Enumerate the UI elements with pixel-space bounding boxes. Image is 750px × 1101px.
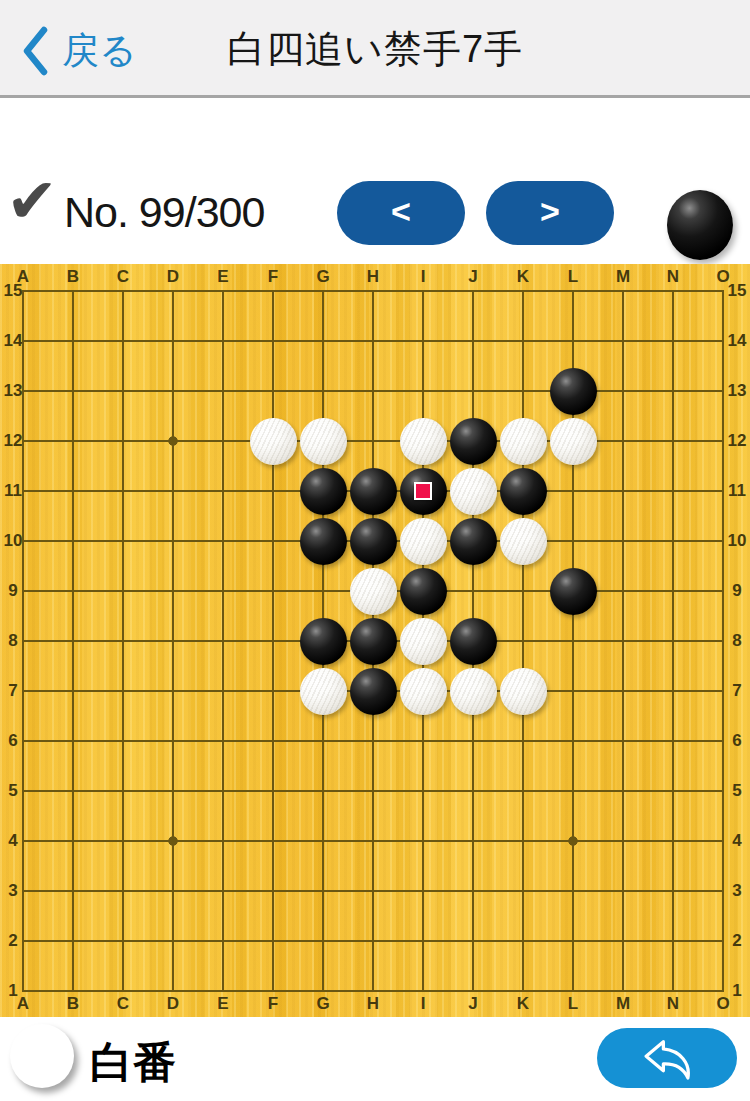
board-cell-E15[interactable]: [198, 266, 248, 316]
board-cell-N10[interactable]: [648, 516, 698, 566]
board-cell-H11[interactable]: [348, 466, 398, 516]
undo-button[interactable]: [597, 1028, 737, 1088]
board-cell-H7[interactable]: [348, 666, 398, 716]
board-cell-L10[interactable]: [548, 516, 598, 566]
board-cell-M3[interactable]: [598, 866, 648, 916]
board-cell-K6[interactable]: [498, 716, 548, 766]
board-cell-J10[interactable]: [448, 516, 498, 566]
board-cell-D7[interactable]: [148, 666, 198, 716]
board-cell-H10[interactable]: [348, 516, 398, 566]
stone-black-H11: [350, 468, 397, 515]
board-cell-G5[interactable]: [298, 766, 348, 816]
board-cell-L6[interactable]: [548, 716, 598, 766]
board-cell-F15[interactable]: [248, 266, 298, 316]
board-cell-A4[interactable]: [0, 816, 48, 866]
board-cell-G6[interactable]: [298, 716, 348, 766]
board-cell-H4[interactable]: [348, 816, 398, 866]
board-cell-M12[interactable]: [598, 416, 648, 466]
undo-arrow-icon: [638, 1036, 696, 1080]
board-cell-F5[interactable]: [248, 766, 298, 816]
turn-label: 白番: [90, 1034, 176, 1092]
board-cell-K2[interactable]: [498, 916, 548, 966]
board-cell-C7[interactable]: [98, 666, 148, 716]
stone-white-I12: [400, 418, 447, 465]
board-cell-G13[interactable]: [298, 366, 348, 416]
board-cell-O11[interactable]: [698, 466, 748, 516]
board-cell-B13[interactable]: [48, 366, 98, 416]
stone-black-J12: [450, 418, 497, 465]
board-cell-F12[interactable]: [248, 416, 298, 466]
board-cell-A3[interactable]: [0, 866, 48, 916]
stone-white-G7: [300, 668, 347, 715]
board-cell-J14[interactable]: [448, 316, 498, 366]
board-cell-E12[interactable]: [198, 416, 248, 466]
board-cell-M7[interactable]: [598, 666, 648, 716]
board-cell-M8[interactable]: [598, 616, 648, 666]
board-cell-H9[interactable]: [348, 566, 398, 616]
board-cell-E2[interactable]: [198, 916, 248, 966]
board-cell-N14[interactable]: [648, 316, 698, 366]
board-cell-L1[interactable]: [548, 966, 598, 1016]
board-cell-J4[interactable]: [448, 816, 498, 866]
board-cell-D5[interactable]: [148, 766, 198, 816]
board-cell-G14[interactable]: [298, 316, 348, 366]
board-cell-C12[interactable]: [98, 416, 148, 466]
board-cell-B15[interactable]: [48, 266, 98, 316]
board-cell-O15[interactable]: [698, 266, 748, 316]
board-cell-B11[interactable]: [48, 466, 98, 516]
board-cell-I3[interactable]: [398, 866, 448, 916]
board-cell-K14[interactable]: [498, 316, 548, 366]
board-cell-J1[interactable]: [448, 966, 498, 1016]
turn-stone-icon: [10, 1024, 74, 1088]
board-cell-D12[interactable]: [148, 416, 198, 466]
board-cell-J9[interactable]: [448, 566, 498, 616]
board-cell-A8[interactable]: [0, 616, 48, 666]
board-cell-H15[interactable]: [348, 266, 398, 316]
board-cell-M4[interactable]: [598, 816, 648, 866]
stone-white-K10: [500, 518, 547, 565]
board-cell-B1[interactable]: [48, 966, 98, 1016]
board-cell-G11[interactable]: [298, 466, 348, 516]
stone-black-J10: [450, 518, 497, 565]
stone-white-I8: [400, 618, 447, 665]
board-cell-G8[interactable]: [298, 616, 348, 666]
board-cell-K10[interactable]: [498, 516, 548, 566]
board-cell-A10[interactable]: [0, 516, 48, 566]
board-cell-E5[interactable]: [198, 766, 248, 816]
board-cell-G10[interactable]: [298, 516, 348, 566]
board-cell-E14[interactable]: [198, 316, 248, 366]
stone-white-J7: [450, 668, 497, 715]
puzzle-number: No. 99/300: [64, 188, 264, 237]
stone-black-K11: [500, 468, 547, 515]
board-cell-H6[interactable]: [348, 716, 398, 766]
board-cell-J13[interactable]: [448, 366, 498, 416]
board-cell-A11[interactable]: [0, 466, 48, 516]
board-cell-C6[interactable]: [98, 716, 148, 766]
board-cell-H1[interactable]: [348, 966, 398, 1016]
board-cell-F2[interactable]: [248, 916, 298, 966]
board-cell-D10[interactable]: [148, 516, 198, 566]
board-cell-F7[interactable]: [248, 666, 298, 716]
board-cell-G12[interactable]: [298, 416, 348, 466]
stone-black-L9: [550, 568, 597, 615]
board-cell-J5[interactable]: [448, 766, 498, 816]
board-cell-L13[interactable]: [548, 366, 598, 416]
board-cell-O7[interactable]: [698, 666, 748, 716]
stone-white-I7: [400, 668, 447, 715]
board-cell-I6[interactable]: [398, 716, 448, 766]
page-title: 白四追い禁手7手: [0, 0, 750, 98]
renju-board[interactable]: ABCDEFGHIJKLMNO ABCDEFGHIJKLMNO 15141312…: [0, 264, 750, 1017]
nav-bar: 戻る 白四追い禁手7手: [0, 0, 750, 98]
board-cell-O1[interactable]: [698, 966, 748, 1016]
board-cell-H12[interactable]: [348, 416, 398, 466]
board-cell-F14[interactable]: [248, 316, 298, 366]
board-cell-L9[interactable]: [548, 566, 598, 616]
board-cell-H8[interactable]: [348, 616, 398, 666]
board-cell-J3[interactable]: [448, 866, 498, 916]
stone-black-L13: [550, 368, 597, 415]
next-puzzle-button[interactable]: >: [486, 181, 614, 245]
goban-grid[interactable]: [0, 266, 748, 1016]
solved-check-icon: ✔: [6, 170, 58, 232]
stone-white-J11: [450, 468, 497, 515]
board-cell-D14[interactable]: [148, 316, 198, 366]
board-cell-I10[interactable]: [398, 516, 448, 566]
board-cell-D11[interactable]: [148, 466, 198, 516]
board-cell-N1[interactable]: [648, 966, 698, 1016]
board-cell-I11[interactable]: [398, 466, 448, 516]
board-cell-K1[interactable]: [498, 966, 548, 1016]
board-cell-M15[interactable]: [598, 266, 648, 316]
board-cell-B14[interactable]: [48, 316, 98, 366]
board-cell-C3[interactable]: [98, 866, 148, 916]
board-cell-I5[interactable]: [398, 766, 448, 816]
board-cell-I9[interactable]: [398, 566, 448, 616]
board-cell-F6[interactable]: [248, 716, 298, 766]
board-cell-D9[interactable]: [148, 566, 198, 616]
board-cell-C14[interactable]: [98, 316, 148, 366]
board-cell-G4[interactable]: [298, 816, 348, 866]
board-cell-B9[interactable]: [48, 566, 98, 616]
board-cell-M14[interactable]: [598, 316, 648, 366]
board-cell-G2[interactable]: [298, 916, 348, 966]
board-cell-N15[interactable]: [648, 266, 698, 316]
board-cell-N7[interactable]: [648, 666, 698, 716]
board-cell-L15[interactable]: [548, 266, 598, 316]
board-cell-N12[interactable]: [648, 416, 698, 466]
board-cell-I1[interactable]: [398, 966, 448, 1016]
board-cell-O4[interactable]: [698, 816, 748, 866]
board-cell-K12[interactable]: [498, 416, 548, 466]
board-cell-F10[interactable]: [248, 516, 298, 566]
stone-white-K12: [500, 418, 547, 465]
board-cell-N2[interactable]: [648, 916, 698, 966]
board-cell-N4[interactable]: [648, 816, 698, 866]
board-cell-O14[interactable]: [698, 316, 748, 366]
board-cell-C4[interactable]: [98, 816, 148, 866]
prev-puzzle-button[interactable]: <: [337, 181, 465, 245]
board-cell-M11[interactable]: [598, 466, 648, 516]
stone-white-H9: [350, 568, 397, 615]
board-cell-C10[interactable]: [98, 516, 148, 566]
board-cell-B7[interactable]: [48, 666, 98, 716]
board-cell-I13[interactable]: [398, 366, 448, 416]
board-cell-J11[interactable]: [448, 466, 498, 516]
board-cell-O13[interactable]: [698, 366, 748, 416]
board-cell-C5[interactable]: [98, 766, 148, 816]
board-cell-I7[interactable]: [398, 666, 448, 716]
stone-black-H8: [350, 618, 397, 665]
board-cell-D1[interactable]: [148, 966, 198, 1016]
board-cell-A6[interactable]: [0, 716, 48, 766]
board-cell-M6[interactable]: [598, 716, 648, 766]
board-cell-J8[interactable]: [448, 616, 498, 666]
board-cell-D8[interactable]: [148, 616, 198, 666]
board-cell-L3[interactable]: [548, 866, 598, 916]
board-cell-O3[interactable]: [698, 866, 748, 916]
board-cell-F8[interactable]: [248, 616, 298, 666]
board-cell-J2[interactable]: [448, 916, 498, 966]
board-cell-E3[interactable]: [198, 866, 248, 916]
board-cell-E10[interactable]: [198, 516, 248, 566]
board-cell-K3[interactable]: [498, 866, 548, 916]
prev-label: <: [391, 192, 411, 231]
board-cell-K4[interactable]: [498, 816, 548, 866]
board-cell-L7[interactable]: [548, 666, 598, 716]
board-cell-E7[interactable]: [198, 666, 248, 716]
board-cell-O6[interactable]: [698, 716, 748, 766]
board-cell-E13[interactable]: [198, 366, 248, 416]
board-cell-C13[interactable]: [98, 366, 148, 416]
board-cell-J6[interactable]: [448, 716, 498, 766]
board-cell-C15[interactable]: [98, 266, 148, 316]
board-cell-K15[interactable]: [498, 266, 548, 316]
board-cell-B4[interactable]: [48, 816, 98, 866]
board-cell-F3[interactable]: [248, 866, 298, 916]
board-cell-B10[interactable]: [48, 516, 98, 566]
board-cell-K8[interactable]: [498, 616, 548, 666]
next-label: >: [540, 192, 560, 231]
board-cell-O2[interactable]: [698, 916, 748, 966]
board-cell-N11[interactable]: [648, 466, 698, 516]
last-move-marker: [414, 482, 432, 500]
board-cell-C1[interactable]: [98, 966, 148, 1016]
board-cell-A14[interactable]: [0, 316, 48, 366]
board-cell-K11[interactable]: [498, 466, 548, 516]
board-cell-A7[interactable]: [0, 666, 48, 716]
board-cell-A1[interactable]: [0, 966, 48, 1016]
board-cell-L5[interactable]: [548, 766, 598, 816]
board-cell-L8[interactable]: [548, 616, 598, 666]
board-cell-B5[interactable]: [48, 766, 98, 816]
stone-black-H10: [350, 518, 397, 565]
board-cell-D2[interactable]: [148, 916, 198, 966]
board-cell-H2[interactable]: [348, 916, 398, 966]
board-cell-H3[interactable]: [348, 866, 398, 916]
board-cell-C8[interactable]: [98, 616, 148, 666]
board-cell-E4[interactable]: [198, 816, 248, 866]
board-cell-B2[interactable]: [48, 916, 98, 966]
board-cell-F11[interactable]: [248, 466, 298, 516]
board-cell-M13[interactable]: [598, 366, 648, 416]
board-cell-I14[interactable]: [398, 316, 448, 366]
board-cell-G1[interactable]: [298, 966, 348, 1016]
board-cell-G3[interactable]: [298, 866, 348, 916]
board-cell-L11[interactable]: [548, 466, 598, 516]
board-cell-J7[interactable]: [448, 666, 498, 716]
board-cell-A15[interactable]: [0, 266, 48, 316]
board-cell-I15[interactable]: [398, 266, 448, 316]
board-cell-N6[interactable]: [648, 716, 698, 766]
board-cell-M10[interactable]: [598, 516, 648, 566]
board-cell-B12[interactable]: [48, 416, 98, 466]
board-cell-E6[interactable]: [198, 716, 248, 766]
board-cell-F9[interactable]: [248, 566, 298, 616]
stone-black-H7: [350, 668, 397, 715]
board-cell-D15[interactable]: [148, 266, 198, 316]
board-cell-E8[interactable]: [198, 616, 248, 666]
stone-black-I9: [400, 568, 447, 615]
board-cell-A2[interactable]: [0, 916, 48, 966]
board-cell-C2[interactable]: [98, 916, 148, 966]
board-cell-H5[interactable]: [348, 766, 398, 816]
board-cell-D6[interactable]: [148, 716, 198, 766]
board-cell-G7[interactable]: [298, 666, 348, 716]
board-cell-D3[interactable]: [148, 866, 198, 916]
board-cell-K7[interactable]: [498, 666, 548, 716]
board-cell-F4[interactable]: [248, 816, 298, 866]
board-cell-E1[interactable]: [198, 966, 248, 1016]
board-cell-N3[interactable]: [648, 866, 698, 916]
board-cell-A13[interactable]: [0, 366, 48, 416]
board-cell-I8[interactable]: [398, 616, 448, 666]
board-cell-H14[interactable]: [348, 316, 398, 366]
board-cell-I12[interactable]: [398, 416, 448, 466]
board-cell-O12[interactable]: [698, 416, 748, 466]
board-cell-N13[interactable]: [648, 366, 698, 416]
board-cell-J15[interactable]: [448, 266, 498, 316]
board-cell-F13[interactable]: [248, 366, 298, 416]
stone-white-K7: [500, 668, 547, 715]
board-cell-N9[interactable]: [648, 566, 698, 616]
board-cell-D4[interactable]: [148, 816, 198, 866]
stone-black-G8: [300, 618, 347, 665]
board-cell-L14[interactable]: [548, 316, 598, 366]
board-cell-O8[interactable]: [698, 616, 748, 666]
board-cell-O5[interactable]: [698, 766, 748, 816]
board-cell-N8[interactable]: [648, 616, 698, 666]
board-cell-A9[interactable]: [0, 566, 48, 616]
board-cell-L12[interactable]: [548, 416, 598, 466]
board-cell-A12[interactable]: [0, 416, 48, 466]
board-cell-L2[interactable]: [548, 916, 598, 966]
stone-white-L12: [550, 418, 597, 465]
board-cell-I4[interactable]: [398, 816, 448, 866]
stone-white-G12: [300, 418, 347, 465]
board-cell-I2[interactable]: [398, 916, 448, 966]
last-move-stone-indicator: [667, 190, 733, 260]
board-cell-B8[interactable]: [48, 616, 98, 666]
board-cell-N5[interactable]: [648, 766, 698, 816]
board-cell-B6[interactable]: [48, 716, 98, 766]
stone-black-G11: [300, 468, 347, 515]
board-cell-K13[interactable]: [498, 366, 548, 416]
board-cell-B3[interactable]: [48, 866, 98, 916]
board-cell-G15[interactable]: [298, 266, 348, 316]
board-cell-O9[interactable]: [698, 566, 748, 616]
board-cell-K9[interactable]: [498, 566, 548, 616]
stone-white-I10: [400, 518, 447, 565]
board-cell-E9[interactable]: [198, 566, 248, 616]
stone-white-F12: [250, 418, 297, 465]
board-cell-C9[interactable]: [98, 566, 148, 616]
stone-black-G10: [300, 518, 347, 565]
board-cell-C11[interactable]: [98, 466, 148, 516]
board-cell-F1[interactable]: [248, 966, 298, 1016]
board-cell-E11[interactable]: [198, 466, 248, 516]
board-cell-G9[interactable]: [298, 566, 348, 616]
board-cell-D13[interactable]: [148, 366, 198, 416]
board-cell-J12[interactable]: [448, 416, 498, 466]
board-cell-M9[interactable]: [598, 566, 648, 616]
board-cell-M5[interactable]: [598, 766, 648, 816]
app-screen: 戻る 白四追い禁手7手 ✔ No. 99/300 < > ABCDEFGHIJK…: [0, 0, 750, 1101]
board-cell-M1[interactable]: [598, 966, 648, 1016]
board-cell-L4[interactable]: [548, 816, 598, 866]
board-cell-H13[interactable]: [348, 366, 398, 416]
board-cell-A5[interactable]: [0, 766, 48, 816]
board-cell-O10[interactable]: [698, 516, 748, 566]
stone-black-J8: [450, 618, 497, 665]
board-cell-M2[interactable]: [598, 916, 648, 966]
board-cell-K5[interactable]: [498, 766, 548, 816]
